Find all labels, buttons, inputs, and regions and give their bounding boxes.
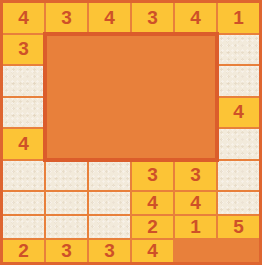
- empty-cell-r4c2[interactable]: [3, 216, 44, 238]
- clue-cell-r0c3: 3: [132, 3, 173, 33]
- empty-cell-r1c4[interactable]: [3, 98, 44, 128]
- empty-cell-r1c3[interactable]: [218, 66, 259, 96]
- clue-cell-r4c0: 4: [175, 192, 216, 214]
- clue-cell-r0c2: 4: [89, 3, 130, 33]
- clue-cell-r0c1: 3: [46, 3, 87, 33]
- empty-cell-r4c4[interactable]: [89, 216, 130, 238]
- empty-cell-r4c1[interactable]: [218, 192, 259, 214]
- clue-cell-r3c0: 3: [175, 161, 216, 191]
- clue-cell-r5c4: 3: [89, 240, 130, 262]
- empty-cell-r1c1[interactable]: [218, 35, 259, 65]
- clue-cell-r1c5: 4: [218, 98, 259, 128]
- clue-cell-r5c2: 2: [3, 240, 44, 262]
- clue-cell-r0c4: 4: [175, 3, 216, 33]
- empty-cell-r2c4[interactable]: [89, 161, 130, 191]
- clue-cell-r5c0: 1: [175, 216, 216, 238]
- puzzle-grid: 4 3 4 3 4 1 3 4 4 3 3 4 4 2 1: [3, 3, 259, 262]
- clue-cell-r5c5: 4: [132, 240, 173, 262]
- empty-cell-r2c3[interactable]: [46, 161, 87, 191]
- empty-cell-r3c2[interactable]: [3, 192, 44, 214]
- empty-cell-r4c3[interactable]: [46, 216, 87, 238]
- clue-cell-r3c5: 4: [132, 192, 173, 214]
- clue-cell-r2c5: 3: [132, 161, 173, 191]
- empty-cell-r3c4[interactable]: [89, 192, 130, 214]
- empty-cell-r3c3[interactable]: [46, 192, 87, 214]
- clue-cell-r5c3: 3: [46, 240, 87, 262]
- clue-cell-r1c0: 3: [3, 35, 44, 65]
- clue-cell-r0c5: 1: [218, 3, 259, 33]
- empty-cell-r2c1[interactable]: [218, 129, 259, 159]
- clue-cell-r2c0: 4: [3, 129, 44, 159]
- puzzle-board: 4 3 4 3 4 1 3 4 4 3 3 4 4 2 1: [0, 0, 262, 265]
- empty-cell-r1c2[interactable]: [3, 66, 44, 96]
- clue-cell-r0c0: 4: [3, 3, 44, 33]
- empty-cell-r3c1[interactable]: [218, 161, 259, 191]
- inner-block-border: [43, 32, 219, 162]
- empty-cell-r2c2[interactable]: [3, 161, 44, 191]
- clue-cell-r4c5: 2: [132, 216, 173, 238]
- clue-cell-r5c1: 5: [218, 216, 259, 238]
